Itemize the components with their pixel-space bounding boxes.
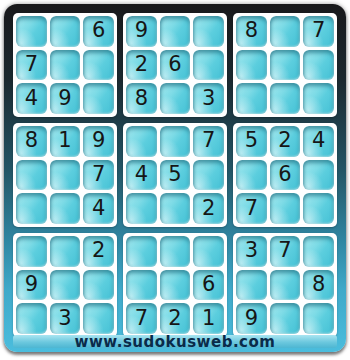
cell-r9c7[interactable]: 9 xyxy=(236,303,267,334)
board-boxes: 674992683878197474525246729367213789 xyxy=(13,13,337,337)
cell-r1c3[interactable]: 6 xyxy=(83,16,114,47)
cell-r8c8[interactable] xyxy=(270,270,301,301)
cell-r2c5[interactable]: 6 xyxy=(160,50,191,81)
cell-r4c4[interactable] xyxy=(126,126,157,157)
cell-r3c7[interactable] xyxy=(236,83,267,114)
cell-r6c6[interactable]: 2 xyxy=(193,193,224,224)
cell-r1c8[interactable] xyxy=(270,16,301,47)
cell-r1c7[interactable]: 8 xyxy=(236,16,267,47)
cell-r7c8[interactable]: 7 xyxy=(270,236,301,267)
cell-r1c6[interactable] xyxy=(193,16,224,47)
box-r2c2: 7452 xyxy=(123,123,227,227)
cell-r4c3[interactable]: 9 xyxy=(83,126,114,157)
cell-r5c6[interactable] xyxy=(193,160,224,191)
box-r1c3: 87 xyxy=(233,13,337,117)
cell-r4c7[interactable]: 5 xyxy=(236,126,267,157)
cell-r2c7[interactable] xyxy=(236,50,267,81)
box-r3c2: 6721 xyxy=(123,233,227,337)
cell-r5c3[interactable]: 7 xyxy=(83,160,114,191)
cell-r5c7[interactable] xyxy=(236,160,267,191)
cell-r6c3[interactable]: 4 xyxy=(83,193,114,224)
cell-r7c4[interactable] xyxy=(126,236,157,267)
cell-r2c6[interactable] xyxy=(193,50,224,81)
cell-r9c9[interactable] xyxy=(303,303,334,334)
cell-r8c1[interactable]: 9 xyxy=(16,270,47,301)
box-r1c1: 6749 xyxy=(13,13,117,117)
box-r3c1: 293 xyxy=(13,233,117,337)
box-r1c2: 92683 xyxy=(123,13,227,117)
cell-r1c9[interactable]: 7 xyxy=(303,16,334,47)
cell-r4c6[interactable]: 7 xyxy=(193,126,224,157)
cell-r3c2[interactable]: 9 xyxy=(50,83,81,114)
cell-r7c1[interactable] xyxy=(16,236,47,267)
cell-r4c2[interactable]: 1 xyxy=(50,126,81,157)
cell-r1c2[interactable] xyxy=(50,16,81,47)
cell-r4c5[interactable] xyxy=(160,126,191,157)
box-r2c3: 52467 xyxy=(233,123,337,227)
cell-r9c4[interactable]: 7 xyxy=(126,303,157,334)
cell-r3c4[interactable]: 8 xyxy=(126,83,157,114)
cell-r3c6[interactable]: 3 xyxy=(193,83,224,114)
cell-r7c2[interactable] xyxy=(50,236,81,267)
cell-r7c5[interactable] xyxy=(160,236,191,267)
cell-r9c6[interactable]: 1 xyxy=(193,303,224,334)
cell-r8c5[interactable] xyxy=(160,270,191,301)
cell-r2c3[interactable] xyxy=(83,50,114,81)
cell-r9c8[interactable] xyxy=(270,303,301,334)
cell-r9c2[interactable]: 3 xyxy=(50,303,81,334)
box-r2c1: 81974 xyxy=(13,123,117,227)
cell-r1c5[interactable] xyxy=(160,16,191,47)
box-r3c3: 3789 xyxy=(233,233,337,337)
cell-r8c4[interactable] xyxy=(126,270,157,301)
cell-r3c9[interactable] xyxy=(303,83,334,114)
cell-r9c3[interactable] xyxy=(83,303,114,334)
cell-r6c7[interactable]: 7 xyxy=(236,193,267,224)
cell-r6c2[interactable] xyxy=(50,193,81,224)
cell-r9c5[interactable]: 2 xyxy=(160,303,191,334)
page: 674992683878197474525246729367213789 www… xyxy=(0,0,350,360)
cell-r3c5[interactable] xyxy=(160,83,191,114)
cell-r2c4[interactable]: 2 xyxy=(126,50,157,81)
cell-r5c9[interactable] xyxy=(303,160,334,191)
cell-r5c1[interactable] xyxy=(16,160,47,191)
cell-r2c2[interactable] xyxy=(50,50,81,81)
cell-r4c1[interactable]: 8 xyxy=(16,126,47,157)
cell-r1c1[interactable] xyxy=(16,16,47,47)
cell-r6c5[interactable] xyxy=(160,193,191,224)
cell-r5c2[interactable] xyxy=(50,160,81,191)
cell-r8c9[interactable]: 8 xyxy=(303,270,334,301)
cell-r7c9[interactable] xyxy=(303,236,334,267)
cell-r3c8[interactable] xyxy=(270,83,301,114)
cell-r2c8[interactable] xyxy=(270,50,301,81)
cell-r6c4[interactable] xyxy=(126,193,157,224)
cell-r2c1[interactable]: 7 xyxy=(16,50,47,81)
cell-r5c5[interactable]: 5 xyxy=(160,160,191,191)
cell-r7c6[interactable] xyxy=(193,236,224,267)
cell-r9c1[interactable] xyxy=(16,303,47,334)
cell-r1c4[interactable]: 9 xyxy=(126,16,157,47)
site-url: www.sudokusweb.com xyxy=(13,335,337,348)
cell-r5c8[interactable]: 6 xyxy=(270,160,301,191)
cell-r6c1[interactable] xyxy=(16,193,47,224)
cell-r2c9[interactable] xyxy=(303,50,334,81)
cell-r4c8[interactable]: 2 xyxy=(270,126,301,157)
cell-r4c9[interactable]: 4 xyxy=(303,126,334,157)
cell-r8c3[interactable] xyxy=(83,270,114,301)
cell-r8c7[interactable] xyxy=(236,270,267,301)
cell-r7c7[interactable]: 3 xyxy=(236,236,267,267)
cell-r3c1[interactable]: 4 xyxy=(16,83,47,114)
sudoku-board: 674992683878197474525246729367213789 www… xyxy=(4,4,346,352)
cell-r3c3[interactable] xyxy=(83,83,114,114)
cell-r6c9[interactable] xyxy=(303,193,334,224)
cell-r8c6[interactable]: 6 xyxy=(193,270,224,301)
cell-r7c3[interactable]: 2 xyxy=(83,236,114,267)
cell-r8c2[interactable] xyxy=(50,270,81,301)
cell-r5c4[interactable]: 4 xyxy=(126,160,157,191)
cell-r6c8[interactable] xyxy=(270,193,301,224)
